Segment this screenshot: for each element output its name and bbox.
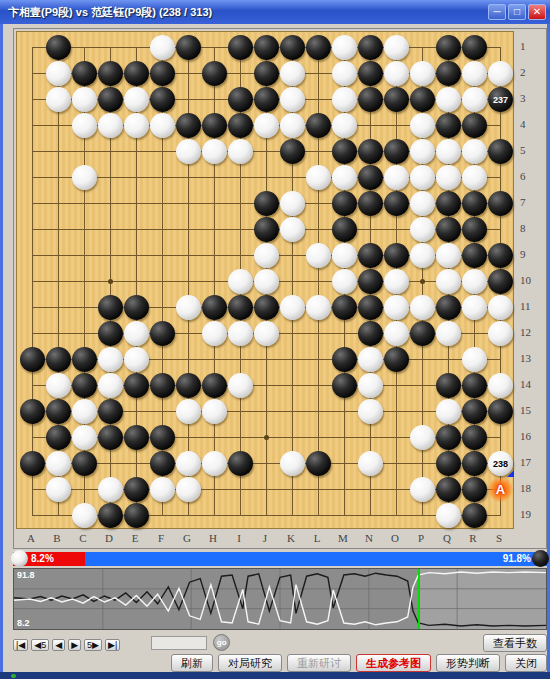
star-point: [108, 279, 113, 284]
graph-playhead[interactable]: [418, 569, 420, 629]
black-stone-S3: 237: [488, 87, 513, 112]
black-stone-F17: [150, 451, 175, 476]
white-stone-H17: [202, 451, 227, 476]
white-stone-R10: [462, 269, 487, 294]
black-stone-F12: [150, 321, 175, 346]
col-label-L: L: [307, 532, 327, 544]
black-stone-J1: [254, 35, 279, 60]
white-stone-P4: [410, 113, 435, 138]
white-stone-H5: [202, 139, 227, 164]
go-board[interactable]: 237238A: [16, 31, 514, 529]
black-stone-R1: [462, 35, 487, 60]
black-stone-B13: [46, 347, 71, 372]
row-label-13: 13: [520, 352, 546, 364]
white-stone-G17: [176, 451, 201, 476]
black-stone-D11: [98, 295, 123, 320]
white-stone-K2: [280, 61, 305, 86]
white-stone-O12: [384, 321, 409, 346]
row-label-10: 10: [520, 274, 546, 286]
white-stone-M9: [332, 243, 357, 268]
white-stone-N17: [358, 451, 383, 476]
col-label-J: J: [255, 532, 275, 544]
white-stone-K7: [280, 191, 305, 216]
white-stone-G15: [176, 399, 201, 424]
white-stone-H12: [202, 321, 227, 346]
black-stone-F2: [150, 61, 175, 86]
black-stone-C2: [72, 61, 97, 86]
col-label-S: S: [489, 532, 509, 544]
black-stone-O5: [384, 139, 409, 164]
white-stone-Q9: [436, 243, 461, 268]
white-stone-E13: [124, 347, 149, 372]
game-research-button[interactable]: 对局研究: [218, 654, 282, 672]
go-button[interactable]: go: [213, 634, 230, 651]
status-dot: [11, 674, 16, 678]
black-stone-L4: [306, 113, 331, 138]
black-stone-E18: [124, 477, 149, 502]
black-stone-C14: [72, 373, 97, 398]
white-stone-F1: [150, 35, 175, 60]
white-stone-M1: [332, 35, 357, 60]
white-stone-P5: [410, 139, 435, 164]
white-stone-D18: [98, 477, 123, 502]
black-stone-R17: [462, 451, 487, 476]
white-stone-icon: [11, 550, 28, 567]
black-stone-K5: [280, 139, 305, 164]
board-panel: 237238A ABCDEFGHIJKLMNOPQRS 123456789101…: [13, 28, 547, 549]
white-stone-I12: [228, 321, 253, 346]
last-move-marker: [507, 470, 514, 477]
white-stone-O2: [384, 61, 409, 86]
row-label-16: 16: [520, 430, 546, 442]
action-buttons-row: 刷新 对局研究 重新研讨 生成参考图 形势判断 关闭: [13, 654, 547, 673]
white-stone-O11: [384, 295, 409, 320]
black-stone-Q14: [436, 373, 461, 398]
black-stone-D2: [98, 61, 123, 86]
black-stone-O3: [384, 87, 409, 112]
white-stone-G11: [176, 295, 201, 320]
black-stone-N12: [358, 321, 383, 346]
white-stone-D14: [98, 373, 123, 398]
white-stone-P18: [410, 477, 435, 502]
black-stone-Q2: [436, 61, 461, 86]
black-stone-D12: [98, 321, 123, 346]
black-stone-I4: [228, 113, 253, 138]
white-stone-S11: [488, 295, 513, 320]
col-label-N: N: [359, 532, 379, 544]
black-stone-Q11: [436, 295, 461, 320]
white-stone-P9: [410, 243, 435, 268]
white-stone-C4: [72, 113, 97, 138]
white-stone-E3: [124, 87, 149, 112]
black-stone-I3: [228, 87, 253, 112]
col-label-K: K: [281, 532, 301, 544]
white-stone-P11: [410, 295, 435, 320]
col-label-O: O: [385, 532, 405, 544]
refresh-button[interactable]: 刷新: [171, 654, 213, 672]
white-stone-G5: [176, 139, 201, 164]
black-stone-N9: [358, 243, 383, 268]
col-label-R: R: [463, 532, 483, 544]
black-stone-E2: [124, 61, 149, 86]
white-stone-M6: [332, 165, 357, 190]
row-label-18: 18: [520, 482, 546, 494]
white-stone-I14: [228, 373, 253, 398]
black-stone-S7: [488, 191, 513, 216]
col-label-E: E: [125, 532, 145, 544]
white-stone-S2: [488, 61, 513, 86]
row-label-11: 11: [520, 300, 546, 312]
black-winrate-segment: 91.8%: [85, 552, 547, 566]
black-stone-Q17: [436, 451, 461, 476]
black-stone-N1: [358, 35, 383, 60]
black-stone-Q4: [436, 113, 461, 138]
col-label-B: B: [47, 532, 67, 544]
white-stone-S14: [488, 373, 513, 398]
white-stone-L9: [306, 243, 331, 268]
row-label-3: 3: [520, 92, 546, 104]
white-stone-N15: [358, 399, 383, 424]
black-stone-J7: [254, 191, 279, 216]
graph-lines: [14, 569, 546, 629]
white-stone-P8: [410, 217, 435, 242]
white-stone-R11: [462, 295, 487, 320]
star-point: [420, 279, 425, 284]
row-label-5: 5: [520, 144, 546, 156]
row-label-14: 14: [520, 378, 546, 390]
black-stone-G14: [176, 373, 201, 398]
white-stone-C19: [72, 503, 97, 528]
row-label-6: 6: [520, 170, 546, 182]
row-label-2: 2: [520, 66, 546, 78]
black-stone-N6: [358, 165, 383, 190]
col-label-M: M: [333, 532, 353, 544]
black-stone-S10: [488, 269, 513, 294]
transport-fwd5-button[interactable]: 5▶: [84, 639, 102, 651]
white-stone-C15: [72, 399, 97, 424]
transport-last-button[interactable]: ▶|: [105, 639, 120, 651]
maximize-button[interactable]: □: [508, 4, 526, 20]
black-stone-S5: [488, 139, 513, 164]
white-stone-F18: [150, 477, 175, 502]
black-stone-O9: [384, 243, 409, 268]
col-label-H: H: [203, 532, 223, 544]
black-stone-M5: [332, 139, 357, 164]
black-stone-M8: [332, 217, 357, 242]
row-label-8: 8: [520, 222, 546, 234]
row-label-19: 19: [520, 508, 546, 520]
black-stone-R14: [462, 373, 487, 398]
white-stone-J9: [254, 243, 279, 268]
black-stone-Q1: [436, 35, 461, 60]
black-stone-M13: [332, 347, 357, 372]
black-stone-O13: [384, 347, 409, 372]
white-stone-B18: [46, 477, 71, 502]
black-stone-P3: [410, 87, 435, 112]
transport-fwd1-button[interactable]: ▶: [68, 639, 81, 651]
black-stone-Q18: [436, 477, 461, 502]
black-stone-Q7: [436, 191, 461, 216]
black-stone-R15: [462, 399, 487, 424]
white-stone-G18: [176, 477, 201, 502]
white-stone-P6: [410, 165, 435, 190]
col-label-G: G: [177, 532, 197, 544]
black-stone-R9: [462, 243, 487, 268]
white-stone-K3: [280, 87, 305, 112]
white-stone-E4: [124, 113, 149, 138]
white-stone-D4: [98, 113, 123, 138]
white-stone-S12: [488, 321, 513, 346]
re-research-button: 重新研讨: [287, 654, 351, 672]
white-stone-L6: [306, 165, 331, 190]
black-stone-K1: [280, 35, 305, 60]
black-stone-Q8: [436, 217, 461, 242]
white-stone-M10: [332, 269, 357, 294]
white-stone-J10: [254, 269, 279, 294]
white-stone-O6: [384, 165, 409, 190]
generate-reference-button[interactable]: 生成参考图: [356, 654, 431, 672]
black-stone-M14: [332, 373, 357, 398]
black-stone-M7: [332, 191, 357, 216]
black-stone-N5: [358, 139, 383, 164]
black-stone-J3: [254, 87, 279, 112]
row-label-12: 12: [520, 326, 546, 338]
black-stone-N10: [358, 269, 383, 294]
star-point: [264, 435, 269, 440]
white-stone-I5: [228, 139, 253, 164]
white-stone-I10: [228, 269, 253, 294]
transport-back5-button[interactable]: ◀5: [31, 639, 49, 651]
black-stone-H14: [202, 373, 227, 398]
white-stone-K11: [280, 295, 305, 320]
row-label-1: 1: [520, 40, 546, 52]
black-stone-N2: [358, 61, 383, 86]
move-number-input[interactable]: [151, 636, 207, 650]
black-stone-H2: [202, 61, 227, 86]
close-icon[interactable]: ✕: [528, 4, 546, 20]
white-stone-M3: [332, 87, 357, 112]
col-label-F: F: [151, 532, 171, 544]
position-judgement-button[interactable]: 形势判断: [436, 654, 500, 672]
black-stone-L1: [306, 35, 331, 60]
black-stone-B1: [46, 35, 71, 60]
white-stone-Q5: [436, 139, 461, 164]
row-label-4: 4: [520, 118, 546, 130]
black-stone-I17: [228, 451, 253, 476]
black-stone-M11: [332, 295, 357, 320]
white-stone-Q6: [436, 165, 461, 190]
white-stone-R13: [462, 347, 487, 372]
black-stone-E14: [124, 373, 149, 398]
white-stone-K4: [280, 113, 305, 138]
black-stone-C17: [72, 451, 97, 476]
black-stone-E16: [124, 425, 149, 450]
black-stone-R18: [462, 477, 487, 502]
col-label-I: I: [229, 532, 249, 544]
black-stone-D3: [98, 87, 123, 112]
black-stone-I1: [228, 35, 253, 60]
black-stone-D19: [98, 503, 123, 528]
black-stone-S15: [488, 399, 513, 424]
white-stone-S17: 238: [488, 451, 513, 476]
white-stone-R6: [462, 165, 487, 190]
white-stone-J4: [254, 113, 279, 138]
close-button[interactable]: 关闭: [505, 654, 547, 672]
white-stone-B14: [46, 373, 71, 398]
black-stone-P12: [410, 321, 435, 346]
white-stone-B2: [46, 61, 71, 86]
black-stone-B16: [46, 425, 71, 450]
white-stone-O1: [384, 35, 409, 60]
white-stone-R5: [462, 139, 487, 164]
white-stone-Q3: [436, 87, 461, 112]
black-stone-N7: [358, 191, 383, 216]
white-stone-E12: [124, 321, 149, 346]
white-stone-P2: [410, 61, 435, 86]
col-label-P: P: [411, 532, 431, 544]
white-stone-Q10: [436, 269, 461, 294]
graph-top-value: 91.8: [17, 570, 35, 580]
black-stone-E19: [124, 503, 149, 528]
annotation-A-S18: A: [488, 477, 513, 502]
black-stone-R4: [462, 113, 487, 138]
view-moves-button[interactable]: 查看手数: [483, 634, 547, 652]
black-stone-J11: [254, 295, 279, 320]
col-label-Q: Q: [437, 532, 457, 544]
white-stone-B3: [46, 87, 71, 112]
black-stone-R19: [462, 503, 487, 528]
black-stone-R8: [462, 217, 487, 242]
black-stone-H11: [202, 295, 227, 320]
white-stone-C3: [72, 87, 97, 112]
black-stone-R7: [462, 191, 487, 216]
black-stone-G4: [176, 113, 201, 138]
black-stone-J2: [254, 61, 279, 86]
black-stone-R16: [462, 425, 487, 450]
white-stone-L11: [306, 295, 331, 320]
black-stone-A13: [20, 347, 45, 372]
app-window: 卞相壹(P9段) vs 范廷钰(P9段) (238 / 313) ─ □ ✕ 2…: [0, 0, 550, 679]
black-stone-N3: [358, 87, 383, 112]
white-stone-Q15: [436, 399, 461, 424]
black-stone-D15: [98, 399, 123, 424]
black-stone-J8: [254, 217, 279, 242]
black-stone-I11: [228, 295, 253, 320]
white-stone-K17: [280, 451, 305, 476]
black-stone-D16: [98, 425, 123, 450]
col-label-C: C: [73, 532, 93, 544]
minimize-button[interactable]: ─: [488, 4, 506, 20]
black-stone-Q16: [436, 425, 461, 450]
transport-first-button[interactable]: |◀: [13, 639, 28, 651]
white-stone-J12: [254, 321, 279, 346]
transport-bar: |◀◀5◀▶5▶▶| go 查看手数: [13, 633, 547, 652]
white-stone-P7: [410, 191, 435, 216]
black-stone-L17: [306, 451, 331, 476]
white-stone-N13: [358, 347, 383, 372]
row-label-17: 17: [520, 456, 546, 468]
white-stone-P16: [410, 425, 435, 450]
white-stone-N14: [358, 373, 383, 398]
black-stone-G1: [176, 35, 201, 60]
white-stone-H15: [202, 399, 227, 424]
white-stone-R3: [462, 87, 487, 112]
white-stone-C6: [72, 165, 97, 190]
white-stone-M4: [332, 113, 357, 138]
transport-buttons: |◀◀5◀▶5▶▶|: [13, 634, 123, 652]
graph-bottom-value: 8.2: [17, 618, 30, 628]
bottom-strip: [0, 672, 550, 679]
black-stone-C13: [72, 347, 97, 372]
black-stone-H4: [202, 113, 227, 138]
white-stone-Q19: [436, 503, 461, 528]
white-stone-C16: [72, 425, 97, 450]
white-stone-D13: [98, 347, 123, 372]
col-label-A: A: [21, 532, 41, 544]
black-stone-N11: [358, 295, 383, 320]
white-stone-B17: [46, 451, 71, 476]
title-bar[interactable]: 卞相壹(P9段) vs 范廷钰(P9段) (238 / 313) ─ □ ✕: [0, 0, 550, 24]
white-stone-F4: [150, 113, 175, 138]
white-stone-M2: [332, 61, 357, 86]
black-stone-B15: [46, 399, 71, 424]
window-title: 卞相壹(P9段) vs 范廷钰(P9段) (238 / 313): [8, 5, 486, 20]
black-stone-F16: [150, 425, 175, 450]
black-stone-A15: [20, 399, 45, 424]
black-stone-S9: [488, 243, 513, 268]
white-stone-Q12: [436, 321, 461, 346]
black-stone-O7: [384, 191, 409, 216]
transport-back1-button[interactable]: ◀: [52, 639, 65, 651]
col-label-D: D: [99, 532, 119, 544]
white-stone-K8: [280, 217, 305, 242]
black-stone-F3: [150, 87, 175, 112]
white-stone-R2: [462, 61, 487, 86]
winrate-graph[interactable]: 91.8 8.2: [13, 568, 547, 630]
row-label-15: 15: [520, 404, 546, 416]
black-stone-A17: [20, 451, 45, 476]
black-stone-F14: [150, 373, 175, 398]
white-stone-O10: [384, 269, 409, 294]
black-stone-E11: [124, 295, 149, 320]
row-label-7: 7: [520, 196, 546, 208]
winrate-bar: 8.2% 91.8%: [13, 552, 547, 566]
black-stone-icon: [532, 550, 549, 567]
row-label-9: 9: [520, 248, 546, 260]
